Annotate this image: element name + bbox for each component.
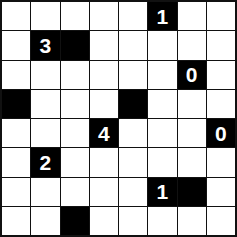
white-cell-r2c7[interactable]: [178, 31, 206, 59]
white-cell-r4c6[interactable]: [148, 90, 176, 118]
white-cell-r5c6[interactable]: [148, 119, 176, 147]
white-cell-r7c8[interactable]: [207, 178, 235, 206]
white-cell-r1c1[interactable]: [2, 2, 30, 30]
white-cell-r3c3[interactable]: [61, 61, 89, 89]
white-cell-r3c4[interactable]: [90, 61, 118, 89]
white-cell-r4c8[interactable]: [207, 90, 235, 118]
white-cell-r3c8[interactable]: [207, 61, 235, 89]
white-cell-r8c8[interactable]: [207, 207, 235, 235]
clue-cell-r7c6: 1: [148, 178, 176, 206]
clue-cell-r6c2: 2: [31, 148, 59, 176]
white-cell-r3c6[interactable]: [148, 61, 176, 89]
white-cell-r1c8[interactable]: [207, 2, 235, 30]
white-cell-r8c5[interactable]: [119, 207, 147, 235]
white-cell-r4c3[interactable]: [61, 90, 89, 118]
white-cell-r6c6[interactable]: [148, 148, 176, 176]
white-cell-r5c1[interactable]: [2, 119, 30, 147]
black-cell-r7c7: [178, 178, 206, 206]
clue-cell-r5c4: 4: [90, 119, 118, 147]
white-cell-r5c3[interactable]: [61, 119, 89, 147]
white-cell-r1c3[interactable]: [61, 2, 89, 30]
clue-cell-r5c8: 0: [207, 119, 235, 147]
white-cell-r5c2[interactable]: [31, 119, 59, 147]
white-cell-r4c2[interactable]: [31, 90, 59, 118]
white-cell-r1c2[interactable]: [31, 2, 59, 30]
white-cell-r7c1[interactable]: [2, 178, 30, 206]
white-cell-r5c5[interactable]: [119, 119, 147, 147]
white-cell-r7c5[interactable]: [119, 178, 147, 206]
white-cell-r6c3[interactable]: [61, 148, 89, 176]
white-cell-r2c1[interactable]: [2, 31, 30, 59]
white-cell-r3c5[interactable]: [119, 61, 147, 89]
akari-board: 1304021: [0, 0, 237, 237]
white-cell-r2c6[interactable]: [148, 31, 176, 59]
clue-cell-r1c6: 1: [148, 2, 176, 30]
white-cell-r3c1[interactable]: [2, 61, 30, 89]
white-cell-r5c7[interactable]: [178, 119, 206, 147]
clue-cell-r2c2: 3: [31, 31, 59, 59]
white-cell-r7c3[interactable]: [61, 178, 89, 206]
white-cell-r6c7[interactable]: [178, 148, 206, 176]
white-cell-r8c4[interactable]: [90, 207, 118, 235]
white-cell-r6c8[interactable]: [207, 148, 235, 176]
white-cell-r6c5[interactable]: [119, 148, 147, 176]
white-cell-r8c7[interactable]: [178, 207, 206, 235]
white-cell-r2c4[interactable]: [90, 31, 118, 59]
white-cell-r3c2[interactable]: [31, 61, 59, 89]
white-cell-r8c6[interactable]: [148, 207, 176, 235]
white-cell-r1c7[interactable]: [178, 2, 206, 30]
white-cell-r1c4[interactable]: [90, 2, 118, 30]
clue-cell-r3c7: 0: [178, 61, 206, 89]
white-cell-r2c8[interactable]: [207, 31, 235, 59]
white-cell-r6c1[interactable]: [2, 148, 30, 176]
white-cell-r8c1[interactable]: [2, 207, 30, 235]
white-cell-r4c4[interactable]: [90, 90, 118, 118]
black-cell-r4c5: [119, 90, 147, 118]
white-cell-r6c4[interactable]: [90, 148, 118, 176]
white-cell-r4c7[interactable]: [178, 90, 206, 118]
white-cell-r2c5[interactable]: [119, 31, 147, 59]
black-cell-r2c3: [61, 31, 89, 59]
white-cell-r7c4[interactable]: [90, 178, 118, 206]
white-cell-r1c5[interactable]: [119, 2, 147, 30]
black-cell-r8c3: [61, 207, 89, 235]
black-cell-r4c1: [2, 90, 30, 118]
white-cell-r8c2[interactable]: [31, 207, 59, 235]
white-cell-r7c2[interactable]: [31, 178, 59, 206]
